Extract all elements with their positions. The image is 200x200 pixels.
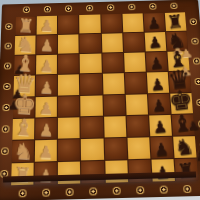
square-d4[interactable] — [80, 74, 102, 94]
square-b4[interactable] — [80, 34, 101, 53]
inlay-ring — [44, 6, 51, 12]
square-f7[interactable]: ♟ — [149, 115, 172, 136]
inlay-ring — [113, 186, 121, 194]
piece-bP-e7[interactable]: ♟ — [151, 97, 167, 114]
inlay-ring — [196, 99, 200, 106]
square-e6[interactable] — [125, 94, 147, 115]
square-d2[interactable]: ♟ — [36, 75, 57, 95]
square-a2[interactable]: ♟ — [37, 16, 58, 35]
square-g8[interactable]: ♞ — [173, 136, 197, 158]
square-b3[interactable] — [58, 34, 79, 53]
inlay-ring — [107, 4, 114, 10]
inlay-ring — [42, 188, 50, 196]
inlay-ring — [23, 7, 30, 13]
square-b2[interactable]: ♟ — [36, 35, 57, 54]
piece-wP-f2[interactable]: ♟ — [39, 122, 54, 139]
piece-bP-b7[interactable]: ♟ — [147, 35, 162, 52]
piece-bP-d7[interactable]: ♟ — [150, 76, 166, 93]
inlay-ring — [189, 18, 197, 25]
square-e3[interactable] — [58, 96, 80, 117]
square-e5[interactable] — [103, 94, 125, 115]
inlay-ring — [160, 185, 168, 193]
square-a5[interactable] — [101, 14, 122, 33]
inlay-ring — [128, 4, 135, 10]
piece-wN-g1[interactable]: ♞ — [13, 139, 34, 162]
square-c4[interactable] — [80, 54, 101, 74]
square-f2[interactable]: ♟ — [35, 118, 57, 139]
square-c6[interactable] — [124, 53, 146, 73]
square-g3[interactable] — [58, 139, 80, 161]
piece-wP-d2[interactable]: ♟ — [39, 79, 54, 95]
square-f6[interactable] — [126, 115, 149, 136]
square-b5[interactable] — [101, 33, 122, 52]
inlay-ring — [19, 189, 27, 197]
square-g5[interactable] — [104, 138, 127, 160]
inlay-ring — [66, 187, 74, 195]
photo-background: ♜♟♟♜♞♟♟♞♝♟♟♝♛♟♟♛♚♟♟♚♝♟♟♝♞♟♟♞♜♟♟♜ ♟♟♟♟♟♟♟… — [0, 0, 200, 200]
board-grid: ♜♟♟♜♞♟♟♞♝♟♟♝♛♟♟♛♚♟♟♚♝♟♟♝♞♟♟♞♜♟♟♜ — [11, 12, 198, 185]
inlay-ring — [183, 184, 191, 192]
square-c2[interactable]: ♟ — [36, 55, 57, 75]
square-d6[interactable] — [124, 73, 146, 93]
piece-wP-a2[interactable]: ♟ — [40, 19, 54, 35]
piece-wP-g2[interactable]: ♟ — [39, 144, 54, 161]
inlay-ring — [65, 5, 72, 11]
square-d7[interactable]: ♟ — [147, 72, 169, 92]
piece-wP-c2[interactable]: ♟ — [40, 59, 55, 75]
inlay-ring — [136, 186, 144, 194]
square-d3[interactable] — [58, 75, 79, 95]
inlay-ring — [89, 187, 97, 195]
square-c5[interactable] — [102, 53, 124, 73]
inlay-ring — [197, 120, 200, 127]
inlay-ring — [86, 5, 93, 11]
square-e4[interactable] — [81, 95, 103, 116]
chess-board: ♜♟♟♜♞♟♟♞♝♟♟♝♛♟♟♛♚♟♟♚♝♟♟♝♞♟♟♞♜♟♟♜ ♟♟♟♟♟♟♟… — [0, 0, 200, 200]
square-f3[interactable] — [58, 117, 80, 138]
inlay-ring — [5, 23, 12, 30]
piece-bP-a7[interactable]: ♟ — [146, 16, 161, 32]
square-g1[interactable]: ♞ — [12, 140, 34, 162]
board-frame: ♜♟♟♜♞♟♟♞♝♟♟♝♛♟♟♛♚♟♟♚♝♟♟♝♞♟♟♞♜♟♟♜ ♟♟♟♟♟♟♟… — [0, 0, 200, 200]
square-e2[interactable]: ♟ — [36, 96, 58, 117]
square-a7[interactable]: ♟ — [143, 13, 164, 32]
inlay-ring — [3, 63, 10, 70]
square-g6[interactable] — [127, 137, 150, 159]
square-c3[interactable] — [58, 54, 79, 74]
square-d5[interactable] — [102, 74, 124, 94]
square-f5[interactable] — [104, 116, 126, 137]
piece-bP-g7[interactable]: ♟ — [153, 141, 169, 159]
inlay-ring — [2, 104, 10, 111]
inlay-ring — [4, 43, 11, 50]
piece-bP-c7[interactable]: ♟ — [149, 55, 164, 72]
inlay-ring — [149, 3, 156, 9]
inlay-ring — [0, 147, 8, 155]
piece-wP-b2[interactable]: ♟ — [40, 38, 54, 54]
square-g4[interactable] — [81, 138, 103, 160]
square-b7[interactable]: ♟ — [144, 32, 166, 51]
square-e7[interactable]: ♟ — [148, 93, 171, 114]
inlay-ring — [199, 142, 200, 150]
piece-wP-e2[interactable]: ♟ — [39, 100, 54, 117]
square-b6[interactable] — [123, 33, 145, 52]
inlay-ring — [1, 125, 9, 132]
inlay-ring — [170, 3, 177, 9]
square-c7[interactable]: ♟ — [145, 52, 167, 72]
inlay-ring — [3, 83, 11, 90]
square-a3[interactable] — [58, 15, 79, 34]
piece-bP-f7[interactable]: ♟ — [152, 119, 168, 137]
square-g7[interactable]: ♟ — [150, 136, 173, 158]
piece-bN-g8[interactable]: ♞ — [173, 135, 195, 159]
square-f4[interactable] — [81, 116, 103, 137]
square-a4[interactable] — [80, 15, 101, 34]
square-g2[interactable]: ♟ — [35, 139, 57, 161]
square-a6[interactable] — [122, 13, 143, 32]
inlay-ring — [191, 38, 199, 45]
